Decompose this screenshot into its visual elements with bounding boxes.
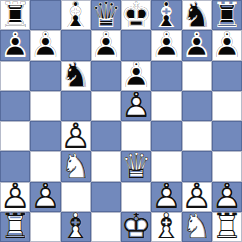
square-g3[interactable] [182, 151, 212, 181]
square-f2[interactable]: ♟♙ [151, 182, 181, 212]
piece-outline-glyph: ♙ [212, 182, 242, 212]
piece-fill-glyph: ♟ [30, 30, 60, 60]
square-f1[interactable]: ♝♗ [151, 212, 181, 242]
piece-fill-glyph: ♝ [151, 0, 181, 30]
piece-outline-glyph: ♖ [0, 0, 30, 30]
piece-white-knight[interactable]: ♞♘ [182, 212, 212, 242]
piece-outline-glyph: ♙ [182, 30, 212, 60]
piece-white-knight[interactable]: ♞♘ [61, 151, 91, 181]
square-d8[interactable]: ♛♕ [91, 0, 121, 30]
piece-white-pawn[interactable]: ♟♙ [0, 182, 30, 212]
piece-fill-glyph: ♝ [61, 0, 91, 30]
piece-white-pawn[interactable]: ♟♙ [121, 91, 151, 121]
piece-fill-glyph: ♟ [182, 182, 212, 212]
piece-fill-glyph: ♞ [61, 151, 91, 181]
piece-fill-glyph: ♜ [0, 0, 30, 30]
piece-outline-glyph: ♙ [61, 121, 91, 151]
piece-fill-glyph: ♞ [182, 212, 212, 242]
piece-white-bishop[interactable]: ♝♗ [151, 212, 181, 242]
piece-black-rook[interactable]: ♜♖ [0, 0, 30, 30]
square-d1[interactable] [91, 212, 121, 242]
piece-outline-glyph: ♘ [182, 0, 212, 30]
square-a7[interactable]: ♟♙ [0, 30, 30, 60]
square-b2[interactable]: ♟♙ [30, 182, 60, 212]
square-c8[interactable]: ♝♗ [61, 0, 91, 30]
square-c6[interactable]: ♞♘ [61, 61, 91, 91]
square-d2[interactable] [91, 182, 121, 212]
piece-outline-glyph: ♕ [121, 151, 151, 181]
square-f8[interactable]: ♝♗ [151, 0, 181, 30]
piece-outline-glyph: ♘ [61, 61, 91, 91]
piece-outline-glyph: ♙ [212, 30, 242, 60]
piece-outline-glyph: ♙ [182, 182, 212, 212]
square-b3[interactable] [30, 151, 60, 181]
piece-white-pawn[interactable]: ♟♙ [182, 182, 212, 212]
square-f3[interactable] [151, 151, 181, 181]
square-f7[interactable]: ♟♙ [151, 30, 181, 60]
piece-outline-glyph: ♔ [121, 212, 151, 242]
piece-outline-glyph: ♖ [212, 212, 242, 242]
square-h6[interactable] [212, 61, 242, 91]
square-a2[interactable]: ♟♙ [0, 182, 30, 212]
piece-fill-glyph: ♜ [212, 212, 242, 242]
square-c2[interactable] [61, 182, 91, 212]
square-h1[interactable]: ♜♖ [212, 212, 242, 242]
piece-fill-glyph: ♜ [0, 212, 30, 242]
piece-black-bishop[interactable]: ♝♗ [151, 0, 181, 30]
piece-fill-glyph: ♝ [61, 212, 91, 242]
square-f4[interactable] [151, 121, 181, 151]
piece-white-pawn[interactable]: ♟♙ [61, 121, 91, 151]
square-e7[interactable] [121, 30, 151, 60]
square-d5[interactable] [91, 91, 121, 121]
square-h7[interactable]: ♟♙ [212, 30, 242, 60]
square-d3[interactable] [91, 151, 121, 181]
piece-outline-glyph: ♘ [61, 151, 91, 181]
piece-white-pawn[interactable]: ♟♙ [212, 182, 242, 212]
piece-outline-glyph: ♙ [30, 30, 60, 60]
square-a3[interactable] [0, 151, 30, 181]
square-a6[interactable] [0, 61, 30, 91]
piece-fill-glyph: ♟ [61, 121, 91, 151]
square-c1[interactable]: ♝♗ [61, 212, 91, 242]
piece-fill-glyph: ♟ [121, 91, 151, 121]
square-a8[interactable]: ♜♖ [0, 0, 30, 30]
piece-fill-glyph: ♟ [151, 30, 181, 60]
square-g6[interactable] [182, 61, 212, 91]
piece-fill-glyph: ♟ [91, 30, 121, 60]
piece-outline-glyph: ♖ [0, 212, 30, 242]
square-e1[interactable]: ♚♔ [121, 212, 151, 242]
piece-white-queen[interactable]: ♛♕ [121, 151, 151, 181]
square-h5[interactable] [212, 91, 242, 121]
square-b4[interactable] [30, 121, 60, 151]
piece-black-pawn[interactable]: ♟♙ [151, 30, 181, 60]
square-c7[interactable] [61, 30, 91, 60]
square-d6[interactable] [91, 61, 121, 91]
square-a4[interactable] [0, 121, 30, 151]
square-e6[interactable]: ♟♙ [121, 61, 151, 91]
square-d4[interactable] [91, 121, 121, 151]
piece-outline-glyph: ♗ [151, 0, 181, 30]
square-g8[interactable]: ♞♘ [182, 0, 212, 30]
piece-outline-glyph: ♙ [151, 30, 181, 60]
piece-fill-glyph: ♟ [212, 30, 242, 60]
square-g1[interactable]: ♞♘ [182, 212, 212, 242]
piece-black-pawn[interactable]: ♟♙ [121, 61, 151, 91]
piece-outline-glyph: ♗ [61, 0, 91, 30]
piece-black-pawn[interactable]: ♟♙ [30, 30, 60, 60]
square-e5[interactable]: ♟♙ [121, 91, 151, 121]
square-b6[interactable] [30, 61, 60, 91]
piece-outline-glyph: ♖ [212, 0, 242, 30]
square-e2[interactable] [121, 182, 151, 212]
square-e8[interactable]: ♚♔ [121, 0, 151, 30]
square-b8[interactable] [30, 0, 60, 30]
piece-fill-glyph: ♚ [121, 0, 151, 30]
piece-fill-glyph: ♟ [212, 182, 242, 212]
square-g7[interactable]: ♟♙ [182, 30, 212, 60]
piece-fill-glyph: ♜ [212, 0, 242, 30]
square-h3[interactable] [212, 151, 242, 181]
square-e3[interactable]: ♛♕ [121, 151, 151, 181]
piece-white-bishop[interactable]: ♝♗ [61, 212, 91, 242]
piece-white-rook[interactable]: ♜♖ [0, 212, 30, 242]
piece-fill-glyph: ♛ [121, 151, 151, 181]
piece-fill-glyph: ♟ [0, 30, 30, 60]
piece-fill-glyph: ♛ [91, 0, 121, 30]
piece-fill-glyph: ♞ [182, 0, 212, 30]
piece-black-queen[interactable]: ♛♕ [91, 0, 121, 30]
piece-fill-glyph: ♟ [151, 182, 181, 212]
piece-fill-glyph: ♟ [121, 61, 151, 91]
square-g2[interactable]: ♟♙ [182, 182, 212, 212]
piece-black-bishop[interactable]: ♝♗ [61, 0, 91, 30]
square-f5[interactable] [151, 91, 181, 121]
square-c5[interactable] [61, 91, 91, 121]
square-h4[interactable] [212, 121, 242, 151]
square-g5[interactable] [182, 91, 212, 121]
piece-white-pawn[interactable]: ♟♙ [151, 182, 181, 212]
square-h8[interactable]: ♜♖ [212, 0, 242, 30]
piece-outline-glyph: ♔ [121, 0, 151, 30]
piece-outline-glyph: ♙ [0, 182, 30, 212]
piece-outline-glyph: ♘ [182, 212, 212, 242]
piece-outline-glyph: ♙ [30, 182, 60, 212]
piece-outline-glyph: ♗ [151, 212, 181, 242]
chess-board: ♜♖♝♗♛♕♚♔♝♗♞♘♜♖♟♙♟♙♟♙♟♙♟♙♟♙♞♘♟♙♟♙♟♙♞♘♛♕♟♙… [0, 0, 242, 242]
piece-black-knight[interactable]: ♞♘ [61, 61, 91, 91]
square-b7[interactable]: ♟♙ [30, 30, 60, 60]
piece-black-pawn[interactable]: ♟♙ [212, 30, 242, 60]
square-c3[interactable]: ♞♘ [61, 151, 91, 181]
piece-fill-glyph: ♟ [182, 30, 212, 60]
piece-fill-glyph: ♟ [0, 182, 30, 212]
piece-white-pawn[interactable]: ♟♙ [30, 182, 60, 212]
piece-white-rook[interactable]: ♜♖ [212, 212, 242, 242]
piece-fill-glyph: ♚ [121, 212, 151, 242]
square-b1[interactable] [30, 212, 60, 242]
square-a5[interactable] [0, 91, 30, 121]
piece-black-pawn[interactable]: ♟♙ [0, 30, 30, 60]
piece-black-pawn[interactable]: ♟♙ [182, 30, 212, 60]
piece-outline-glyph: ♗ [61, 212, 91, 242]
piece-outline-glyph: ♙ [121, 91, 151, 121]
piece-fill-glyph: ♝ [151, 212, 181, 242]
square-c4[interactable]: ♟♙ [61, 121, 91, 151]
piece-black-pawn[interactable]: ♟♙ [91, 30, 121, 60]
piece-outline-glyph: ♙ [0, 30, 30, 60]
square-e4[interactable] [121, 121, 151, 151]
piece-white-king[interactable]: ♚♔ [121, 212, 151, 242]
piece-outline-glyph: ♙ [91, 30, 121, 60]
square-g4[interactable] [182, 121, 212, 151]
piece-outline-glyph: ♕ [91, 0, 121, 30]
piece-fill-glyph: ♞ [61, 61, 91, 91]
piece-fill-glyph: ♟ [30, 182, 60, 212]
square-h2[interactable]: ♟♙ [212, 182, 242, 212]
piece-black-rook[interactable]: ♜♖ [212, 0, 242, 30]
piece-black-knight[interactable]: ♞♘ [182, 0, 212, 30]
square-b5[interactable] [30, 91, 60, 121]
piece-black-king[interactable]: ♚♔ [121, 0, 151, 30]
piece-outline-glyph: ♙ [121, 61, 151, 91]
square-f6[interactable] [151, 61, 181, 91]
piece-outline-glyph: ♙ [151, 182, 181, 212]
square-d7[interactable]: ♟♙ [91, 30, 121, 60]
square-a1[interactable]: ♜♖ [0, 212, 30, 242]
